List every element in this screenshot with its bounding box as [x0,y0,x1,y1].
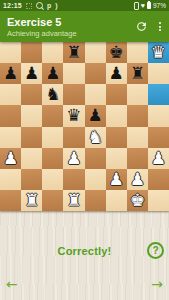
square-a6[interactable] [0,84,21,105]
square-c1[interactable] [42,190,63,211]
square-c2[interactable] [42,169,63,190]
crescent-icon: ) [55,2,57,9]
piece-black-king: ♚ [109,42,124,63]
square-b7[interactable]: ♟ [21,63,42,84]
app-screen: 12:15 p ) ♥ 97% Exercise 5 Achieving adv… [0,0,169,300]
overflow-dot [159,26,161,28]
square-b5[interactable] [21,105,42,126]
chess-board: ♜♚♛♟♟♟♟♜♞♛♟♞♟♟♟♟♟♜♜♚ [0,42,169,211]
status-bar-right: ♥ 97% [134,2,169,10]
square-a1[interactable] [0,190,21,211]
square-c8[interactable] [42,42,63,63]
square-h1[interactable] [148,190,169,211]
square-a7[interactable]: ♟ [0,63,21,84]
piece-black-rook: ♜ [130,63,145,84]
square-e2[interactable] [85,169,106,190]
square-g4[interactable] [127,127,148,148]
battery-icon [147,2,151,9]
overflow-dot [159,29,161,31]
overflow-dot [159,22,161,24]
piece-white-queen: ♛ [151,42,166,63]
feedback-message: Correctly! [0,245,169,257]
square-f8[interactable]: ♚ [106,42,127,63]
piece-white-pawn: ♟ [3,148,18,169]
piece-black-queen: ♛ [66,105,81,126]
piece-white-pawn: ♟ [66,148,81,169]
square-d2[interactable] [63,169,84,190]
square-g2[interactable]: ♟ [127,169,148,190]
square-f3[interactable] [106,148,127,169]
piece-white-rook: ♜ [24,190,39,211]
square-f2[interactable]: ♟ [106,169,127,190]
heart-icon: ♥ [141,2,145,9]
piece-black-pawn: ♟ [24,63,39,84]
square-h3[interactable]: ♟ [148,148,169,169]
piece-white-pawn: ♟ [130,169,145,190]
square-h2[interactable] [148,169,169,190]
status-bar-left: 12:15 p ) [0,2,58,9]
clock: 12:15 [3,2,22,9]
square-f5[interactable] [106,105,127,126]
piece-white-rook: ♜ [66,190,81,211]
square-d5[interactable]: ♛ [63,105,84,126]
square-b6[interactable] [21,84,42,105]
page-subtitle: Achieving advantage [7,29,77,38]
piece-white-king: ♚ [130,190,145,211]
piece-white-knight: ♞ [87,127,102,148]
square-f7[interactable]: ♟ [106,63,127,84]
piece-black-pawn: ♟ [87,105,102,126]
piece-black-rook: ♜ [66,42,81,63]
app-bar: Exercise 5 Achieving advantage [0,11,169,42]
square-a3[interactable]: ♟ [0,148,21,169]
battery-percent: 97% [153,2,166,9]
square-a5[interactable] [0,105,21,126]
next-exercise-button[interactable]: → [151,277,163,291]
square-d4[interactable] [63,127,84,148]
square-g5[interactable] [127,105,148,126]
square-c7[interactable]: ♟ [42,63,63,84]
square-b4[interactable] [21,127,42,148]
help-button[interactable]: ? [147,242,164,259]
square-c3[interactable] [42,148,63,169]
page-title: Exercise 5 [7,16,77,28]
square-f1[interactable] [106,190,127,211]
vibrate-icon [134,2,139,10]
square-b1[interactable]: ♜ [21,190,42,211]
square-e6[interactable] [85,84,106,105]
square-a8[interactable] [0,42,21,63]
square-e4[interactable]: ♞ [85,127,106,148]
square-c4[interactable] [42,127,63,148]
square-g1[interactable]: ♚ [127,190,148,211]
piece-black-pawn: ♟ [109,63,124,84]
square-a4[interactable] [0,127,21,148]
square-g3[interactable] [127,148,148,169]
pushbullet-icon: p [47,2,51,9]
previous-exercise-button[interactable]: ← [6,277,18,291]
square-d1[interactable]: ♜ [63,190,84,211]
app-bar-titles: Exercise 5 Achieving advantage [0,16,77,38]
square-h8[interactable]: ♛ [148,42,169,63]
square-d3[interactable]: ♟ [63,148,84,169]
square-g7[interactable]: ♜ [127,63,148,84]
search-icon [36,2,43,9]
footer: Correctly! ? ← → [0,211,169,300]
square-e5[interactable]: ♟ [85,105,106,126]
notification-dim-icon [26,3,32,9]
square-h6[interactable] [148,84,169,105]
refresh-button[interactable] [134,20,148,34]
app-bar-actions [134,19,169,35]
square-e8[interactable] [85,42,106,63]
overflow-menu-button[interactable] [155,19,165,35]
square-b3[interactable] [21,148,42,169]
piece-white-pawn: ♟ [109,169,124,190]
square-h4[interactable] [148,127,169,148]
square-f4[interactable] [106,127,127,148]
piece-white-pawn: ♟ [151,148,166,169]
square-g8[interactable] [127,42,148,63]
square-f6[interactable] [106,84,127,105]
square-h7[interactable] [148,63,169,84]
square-h5[interactable] [148,105,169,126]
square-e3[interactable] [85,148,106,169]
square-d8[interactable]: ♜ [63,42,84,63]
square-e7[interactable] [85,63,106,84]
piece-black-pawn: ♟ [45,63,60,84]
square-a2[interactable] [0,169,21,190]
piece-black-knight: ♞ [45,84,60,105]
square-g6[interactable] [127,84,148,105]
status-bar: 12:15 p ) ♥ 97% [0,0,169,11]
square-d6[interactable] [63,84,84,105]
square-d7[interactable] [63,63,84,84]
piece-black-pawn: ♟ [3,63,18,84]
square-b2[interactable] [21,169,42,190]
refresh-icon [135,20,148,33]
square-c6[interactable]: ♞ [42,84,63,105]
square-b8[interactable] [21,42,42,63]
square-c5[interactable] [42,105,63,126]
square-e1[interactable] [85,190,106,211]
help-label: ? [152,245,158,256]
